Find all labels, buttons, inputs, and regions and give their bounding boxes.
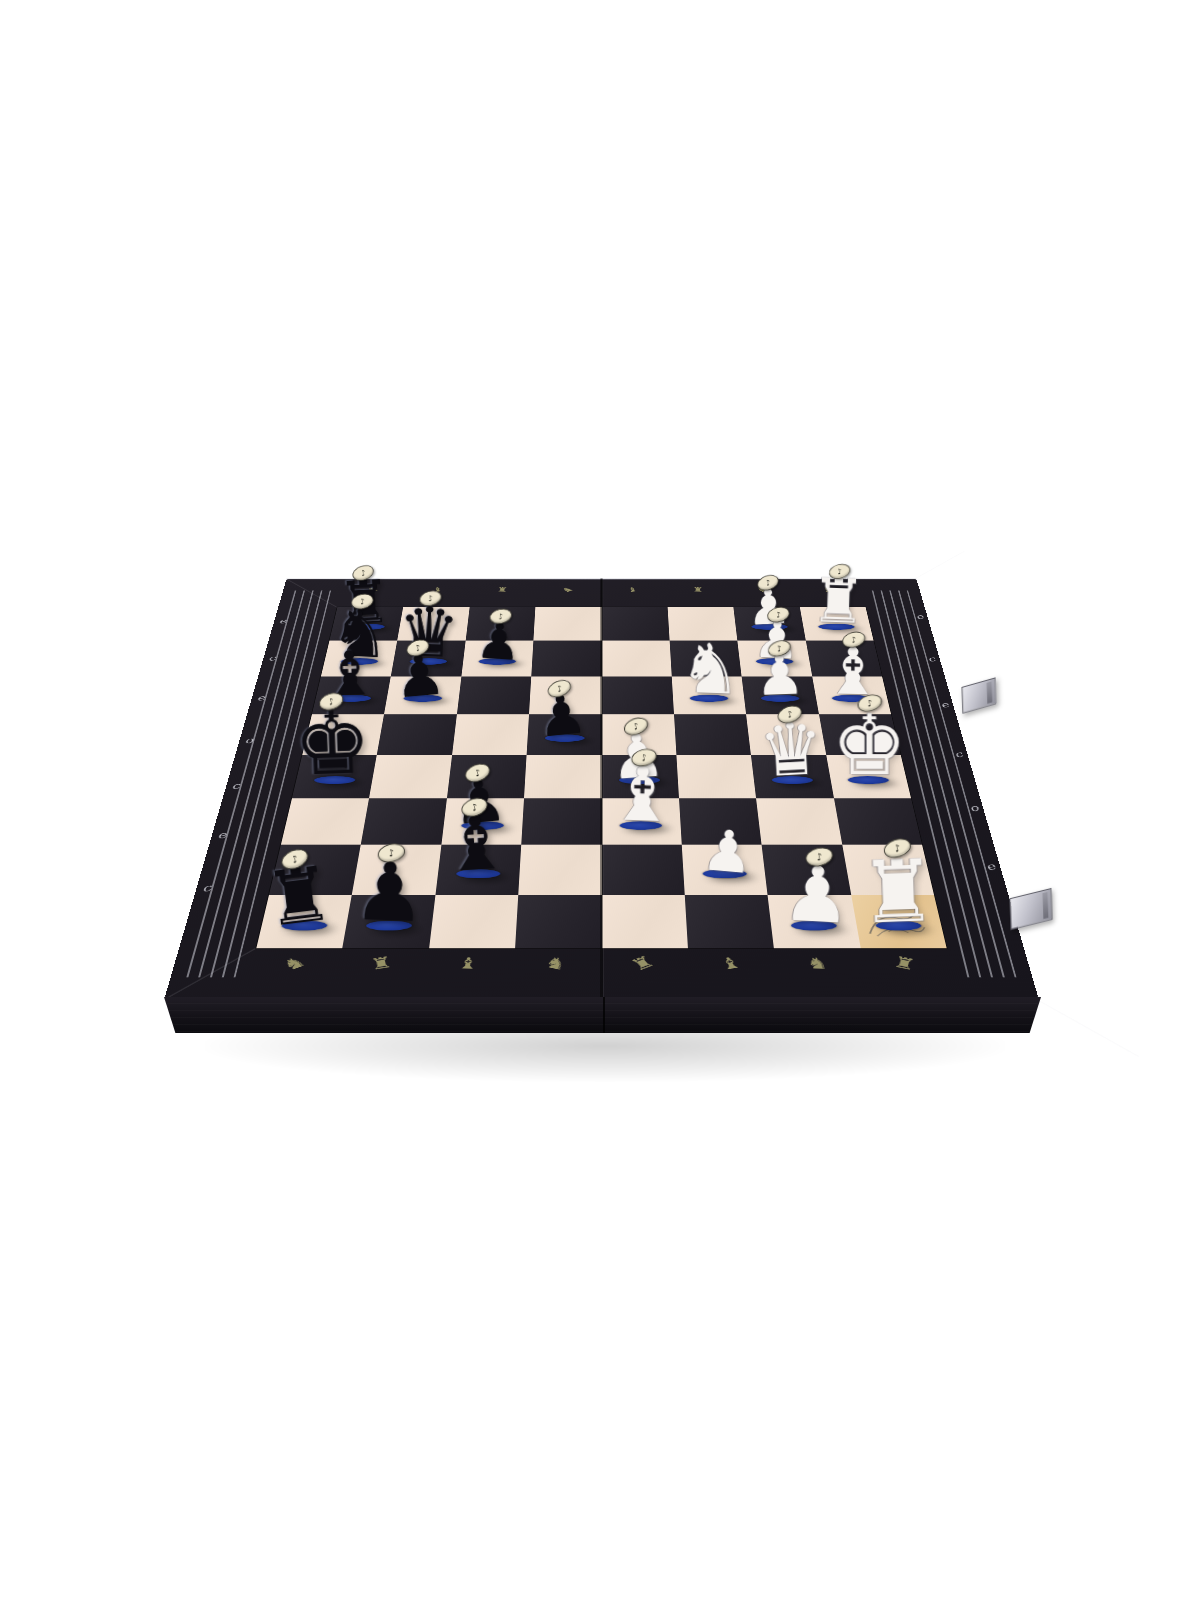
square-c7 xyxy=(384,676,461,714)
square-d7 xyxy=(377,714,457,755)
square-d8 xyxy=(302,714,384,755)
square-e1 xyxy=(826,755,911,798)
square-f3 xyxy=(679,798,762,844)
gold-ornament-bottom-3: ♝ xyxy=(457,956,480,972)
note-oval-left-2: c xyxy=(267,654,276,663)
square-c3 xyxy=(672,676,747,714)
gold-ornament-top-3: ♜ xyxy=(497,587,509,593)
inlay-sketch xyxy=(858,904,940,942)
square-h6 xyxy=(429,895,518,949)
gold-ornament-bottom-4: ♞ xyxy=(542,954,570,973)
square-h4 xyxy=(602,895,688,949)
gold-ornament-top-4: ♞ xyxy=(561,586,575,593)
square-d4 xyxy=(602,714,677,755)
square-h7 xyxy=(343,895,436,949)
square-g7 xyxy=(352,845,441,895)
square-g5 xyxy=(518,845,601,895)
gold-ornament-bottom-1: ♞ xyxy=(280,953,309,973)
square-e8 xyxy=(292,755,377,798)
square-b1 xyxy=(806,641,883,677)
square-f6 xyxy=(441,798,524,844)
note-oval-left-4: o xyxy=(244,735,254,745)
square-a3 xyxy=(668,607,738,641)
gold-ornament-top-6: ♜ xyxy=(692,587,703,593)
gold-ornament-top-8: ♝ xyxy=(821,587,834,594)
square-c6 xyxy=(457,676,532,714)
square-g3 xyxy=(682,845,768,895)
square-c8 xyxy=(312,676,391,714)
square-d5 xyxy=(527,714,602,755)
square-b3 xyxy=(670,641,742,677)
floor-shadow xyxy=(205,1022,1005,1082)
square-f5 xyxy=(521,798,601,844)
square-g2 xyxy=(762,845,851,895)
square-a4 xyxy=(602,607,670,641)
frame-miter-top-right xyxy=(916,551,966,579)
square-b8 xyxy=(321,641,398,677)
square-h3 xyxy=(685,895,774,949)
note-oval-left-5: c xyxy=(231,781,241,792)
gold-ornament-top-2: ♝ xyxy=(432,587,444,594)
square-f2 xyxy=(756,798,842,844)
gold-ornament-bottom-5: ♜ xyxy=(628,953,658,973)
board-squares-grid xyxy=(256,607,946,948)
gold-ornament-top-5: ♝ xyxy=(626,587,639,594)
note-oval-left-1: e xyxy=(278,617,287,625)
square-a8 xyxy=(329,607,403,641)
frame-miter-bottom-right xyxy=(1038,1000,1139,1057)
square-b4 xyxy=(602,641,672,677)
chess-board-scene: eceocecececoe♞♝♜♞♝♜♞♝♞♜♝♞♜♝♞♜♪♜♪♟♪♜♪♞♪♛♪… xyxy=(164,125,1039,1000)
square-h2 xyxy=(768,895,861,949)
square-g4 xyxy=(602,845,685,895)
square-f8 xyxy=(281,798,369,844)
square-c1 xyxy=(812,676,891,714)
square-e4 xyxy=(602,755,679,798)
note-oval-left-3: e xyxy=(256,693,266,702)
square-c2 xyxy=(742,676,819,714)
gold-ornament-bottom-8: ♜ xyxy=(892,954,917,973)
square-f7 xyxy=(361,798,447,844)
square-a1 xyxy=(800,607,874,641)
square-b2 xyxy=(738,641,812,677)
square-a2 xyxy=(734,607,806,641)
gold-ornament-bottom-2: ♜ xyxy=(369,954,393,972)
square-d2 xyxy=(746,714,826,755)
square-e5 xyxy=(524,755,601,798)
note-oval-left-6: e xyxy=(217,829,227,841)
square-b7 xyxy=(391,641,465,677)
square-b5 xyxy=(531,641,601,677)
gold-ornament-bottom-6: ♝ xyxy=(717,954,744,972)
music-disc-icon: ♪ xyxy=(350,562,375,583)
gold-ornament-top-1: ♞ xyxy=(366,586,380,593)
square-d1 xyxy=(819,714,901,755)
clasp-hinge-bar xyxy=(1043,892,1049,919)
square-d6 xyxy=(452,714,529,755)
square-e7 xyxy=(369,755,452,798)
chess-board: eceocecececoe♞♝♜♞♝♜♞♝♞♜♝♞♜♝♞♜♪♜♪♟♪♜♪♞♪♛♪… xyxy=(164,579,1039,1000)
square-a7 xyxy=(397,607,469,641)
clasp-hinge-bar xyxy=(987,681,993,703)
square-f1 xyxy=(834,798,922,844)
square-g1 xyxy=(842,845,934,895)
square-d3 xyxy=(674,714,751,755)
square-a6 xyxy=(465,607,535,641)
square-e3 xyxy=(676,755,756,798)
square-c5 xyxy=(529,676,601,714)
square-a5 xyxy=(533,607,601,641)
square-e6 xyxy=(447,755,527,798)
square-b6 xyxy=(461,641,533,677)
gold-ornament-bottom-7: ♞ xyxy=(806,956,828,972)
square-h8 xyxy=(256,895,352,949)
product-photo-stage: eceocecececoe♞♝♜♞♝♜♞♝♞♜♝♞♜♝♞♜♪♜♪♟♪♜♪♞♪♛♪… xyxy=(0,0,1200,1600)
square-g6 xyxy=(435,845,521,895)
gold-ornament-top-7: ♞ xyxy=(755,586,770,593)
square-g8 xyxy=(269,845,361,895)
square-h1 xyxy=(851,895,947,949)
square-e2 xyxy=(751,755,834,798)
square-f4 xyxy=(602,798,682,844)
square-h5 xyxy=(515,895,601,949)
square-c4 xyxy=(602,676,674,714)
